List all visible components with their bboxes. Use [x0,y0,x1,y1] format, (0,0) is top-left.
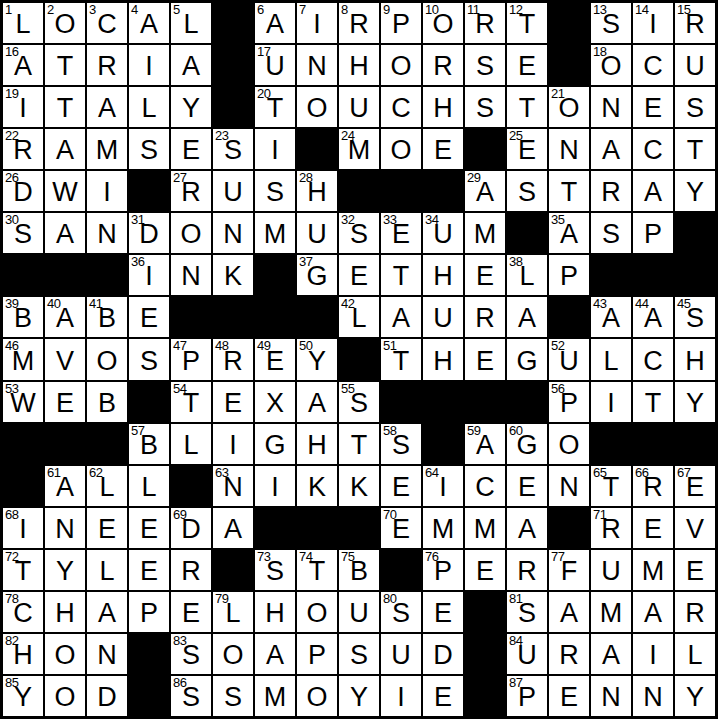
grid-cell[interactable]: V [44,338,86,380]
grid-cell[interactable]: 33E [380,212,422,254]
grid-cell[interactable]: N [44,507,86,549]
grid-cell[interactable]: 22R [2,128,44,170]
grid-cell[interactable]: M [254,212,296,254]
grid-cell[interactable]: I [212,423,254,465]
grid-cell[interactable]: X [254,381,296,423]
grid-cell[interactable]: 4A [128,2,170,44]
grid-cell[interactable]: E [170,591,212,633]
cell-letter: A [297,390,337,417]
grid-cell[interactable]: N [548,465,590,507]
grid-cell[interactable]: 45S [674,296,716,338]
cell-letter: O [171,221,211,248]
grid-cell[interactable]: T [506,86,548,128]
cell-letter: N [633,684,673,711]
grid-cell[interactable]: 48R [212,338,254,380]
black-cell [128,633,170,675]
grid-cell[interactable]: E [128,296,170,338]
grid-cell[interactable]: M [464,212,506,254]
grid-cell[interactable]: 51T [380,338,422,380]
grid-cell[interactable]: M [422,507,464,549]
grid-cell[interactable]: L [170,423,212,465]
grid-cell[interactable]: E [212,381,254,423]
cell-letter: B [87,390,127,417]
grid-cell[interactable]: U [380,633,422,675]
grid-cell[interactable]: E [128,507,170,549]
grid-cell[interactable]: S [464,44,506,86]
cell-letter: I [633,11,673,38]
cell-letter: H [297,432,337,459]
cell-letter: U [507,642,547,669]
grid-cell[interactable]: S [338,633,380,675]
cell-letter: N [213,221,253,248]
grid-cell[interactable]: Y [674,675,716,717]
grid-cell[interactable]: B [86,381,128,423]
grid-cell[interactable]: 36I [128,254,170,296]
grid-cell[interactable]: 70E [380,507,422,549]
grid-cell[interactable]: 5L [170,2,212,44]
grid-cell[interactable]: I [590,381,632,423]
grid-cell[interactable]: O [212,633,254,675]
grid-cell[interactable]: N [170,254,212,296]
grid-cell[interactable]: 44A [632,296,674,338]
grid-cell[interactable]: O [44,675,86,717]
grid-cell[interactable]: 55S [338,381,380,423]
grid-cell[interactable]: S [464,86,506,128]
grid-cell[interactable]: U [674,44,716,86]
crossword-grid: 1L2O3C4A5L6A7I8R9P10O11R12T13S14I15R16AT… [0,0,718,719]
grid-cell[interactable]: Y [44,549,86,591]
grid-cell[interactable]: H [338,44,380,86]
grid-cell[interactable]: Y [674,170,716,212]
grid-cell[interactable]: 2O [44,2,86,44]
grid-cell[interactable]: 78C [2,591,44,633]
grid-cell[interactable]: 8R [338,2,380,44]
grid-cell[interactable]: A [296,381,338,423]
grid-cell[interactable]: T [44,44,86,86]
grid-cell[interactable]: D [422,633,464,675]
grid-cell[interactable]: 87P [506,675,548,717]
grid-cell[interactable]: L [590,338,632,380]
grid-cell[interactable]: 28H [296,170,338,212]
grid-cell[interactable]: N [212,212,254,254]
grid-cell[interactable]: N [632,675,674,717]
grid-cell[interactable]: 83S [170,633,212,675]
grid-cell[interactable]: S [674,86,716,128]
cell-letter: A [591,137,631,164]
grid-cell[interactable]: S [590,212,632,254]
grid-cell[interactable]: 52U [548,338,590,380]
grid-cell[interactable]: T [632,381,674,423]
grid-cell[interactable]: 69D [170,507,212,549]
grid-cell[interactable]: R [170,549,212,591]
grid-cell[interactable]: P [548,254,590,296]
grid-cell[interactable]: E [506,465,548,507]
grid-cell[interactable]: 85Y [2,675,44,717]
grid-cell[interactable]: E [632,86,674,128]
cell-letter: L [507,263,547,290]
cell-letter: E [465,263,505,290]
grid-cell[interactable]: U [296,212,338,254]
grid-cell[interactable]: P [296,633,338,675]
grid-cell[interactable]: T [674,128,716,170]
grid-cell[interactable]: O [380,128,422,170]
grid-cell[interactable]: 54T [170,381,212,423]
cell-letter: R [87,53,127,80]
grid-cell[interactable]: 57B [128,423,170,465]
grid-cell[interactable]: 32S [338,212,380,254]
grid-cell[interactable]: 38L [506,254,548,296]
grid-cell[interactable]: C [464,465,506,507]
grid-cell[interactable]: E [464,549,506,591]
grid-cell[interactable]: M [590,591,632,633]
grid-cell[interactable]: O [380,44,422,86]
grid-cell[interactable]: 39B [2,296,44,338]
grid-cell[interactable]: I [254,465,296,507]
grid-cell[interactable]: Y [338,675,380,717]
grid-cell[interactable]: M [464,507,506,549]
cell-letter: G [507,348,547,375]
grid-cell[interactable]: A [548,591,590,633]
grid-cell[interactable]: 60G [506,423,548,465]
grid-cell[interactable]: S [212,675,254,717]
grid-cell[interactable]: E [422,591,464,633]
grid-cell[interactable]: 21O [548,86,590,128]
cell-letter: L [171,432,211,459]
cell-letter: O [87,348,127,375]
grid-cell[interactable]: A [506,296,548,338]
cell-letter: U [381,642,421,669]
black-cell [632,254,674,296]
grid-cell[interactable]: H [296,423,338,465]
grid-cell[interactable]: 81S [506,591,548,633]
grid-cell[interactable]: N [590,86,632,128]
grid-cell[interactable]: 84U [506,633,548,675]
grid-cell[interactable]: 23S [212,128,254,170]
cell-letter: T [633,390,673,417]
grid-cell[interactable]: O [296,591,338,633]
grid-cell[interactable]: M [86,128,128,170]
grid-cell[interactable]: H [422,338,464,380]
grid-cell[interactable]: H [254,591,296,633]
grid-cell[interactable]: E [44,381,86,423]
grid-cell[interactable]: 86S [170,675,212,717]
cell-letter: I [381,684,421,711]
grid-cell[interactable]: A [86,86,128,128]
grid-cell[interactable]: S [506,170,548,212]
grid-cell[interactable]: 40A [44,296,86,338]
cell-letter: W [3,390,43,417]
grid-cell[interactable]: 27R [170,170,212,212]
grid-cell[interactable]: H [674,338,716,380]
grid-cell[interactable]: 82H [2,633,44,675]
grid-cell[interactable]: 13S [590,2,632,44]
grid-cell[interactable]: 31D [128,212,170,254]
cell-letter: Y [339,684,379,711]
grid-cell[interactable]: E [548,675,590,717]
grid-cell[interactable]: L [86,549,128,591]
grid-cell[interactable]: I [632,633,674,675]
grid-cell[interactable]: 80S [380,591,422,633]
grid-cell[interactable]: 46M [2,338,44,380]
cell-letter: U [423,221,463,248]
grid-cell[interactable]: I [254,128,296,170]
black-cell [464,633,506,675]
cell-letter: V [45,348,85,375]
cell-letter: D [129,221,169,248]
cell-letter: A [465,179,505,206]
grid-cell[interactable]: O [548,423,590,465]
grid-cell[interactable]: H [44,591,86,633]
grid-cell[interactable]: C [380,86,422,128]
grid-cell[interactable]: A [590,128,632,170]
grid-cell[interactable]: U [338,591,380,633]
cell-letter: D [423,642,463,669]
grid-cell[interactable]: L [128,465,170,507]
grid-cell[interactable]: A [590,633,632,675]
grid-cell[interactable]: A [254,633,296,675]
grid-cell[interactable]: 1L [2,2,44,44]
black-cell [296,296,338,338]
grid-cell[interactable]: 72T [2,549,44,591]
grid-cell[interactable]: D [86,675,128,717]
grid-cell[interactable]: R [422,44,464,86]
grid-cell[interactable]: 41B [86,296,128,338]
grid-cell[interactable]: 42L [338,296,380,338]
grid-cell[interactable]: 62L [86,465,128,507]
cell-letter: E [45,390,85,417]
cell-letter: T [45,95,85,122]
grid-cell[interactable]: 47P [170,338,212,380]
cell-letter: E [129,558,169,585]
grid-cell[interactable]: A [632,591,674,633]
grid-cell[interactable]: I [86,170,128,212]
grid-cell[interactable]: A [86,591,128,633]
grid-cell[interactable]: E [674,549,716,591]
grid-cell[interactable]: I [128,44,170,86]
cell-letter: O [297,95,337,122]
grid-cell[interactable]: G [254,423,296,465]
grid-cell[interactable]: E [464,254,506,296]
cell-letter: R [675,11,715,38]
grid-cell[interactable]: A [44,212,86,254]
cell-letter: S [465,95,505,122]
black-cell [212,549,254,591]
grid-cell[interactable]: Y [170,86,212,128]
grid-cell[interactable]: E [170,128,212,170]
grid-cell[interactable]: E [422,675,464,717]
grid-cell[interactable]: R [548,633,590,675]
grid-cell[interactable]: T [380,254,422,296]
grid-cell[interactable]: E [506,44,548,86]
cell-letter: H [675,348,715,375]
grid-cell[interactable]: E [422,128,464,170]
grid-cell[interactable]: E [128,549,170,591]
grid-cell[interactable]: 66R [632,465,674,507]
grid-cell[interactable]: 71R [590,507,632,549]
grid-cell[interactable]: 15R [674,2,716,44]
grid-cell[interactable]: 24M [338,128,380,170]
grid-cell[interactable]: H [422,254,464,296]
grid-cell[interactable]: V [674,507,716,549]
grid-cell[interactable]: O [86,338,128,380]
grid-cell[interactable]: L [128,86,170,128]
grid-cell[interactable]: 30S [2,212,44,254]
grid-cell[interactable]: A [506,507,548,549]
grid-cell[interactable]: 50Y [296,338,338,380]
cell-letter: Y [45,558,85,585]
grid-cell[interactable]: T [548,170,590,212]
grid-cell[interactable]: 79L [212,591,254,633]
cell-letter: K [297,474,337,501]
grid-cell[interactable]: 67E [674,465,716,507]
grid-cell[interactable]: Y [674,381,716,423]
grid-cell[interactable]: M [632,549,674,591]
grid-cell[interactable]: U [338,86,380,128]
grid-cell[interactable]: S [254,170,296,212]
black-cell [590,254,632,296]
grid-cell[interactable]: 34U [422,212,464,254]
grid-cell[interactable]: 53W [2,381,44,423]
grid-cell[interactable]: 7I [296,2,338,44]
grid-cell[interactable]: O [296,86,338,128]
black-cell [422,381,464,423]
grid-cell[interactable]: H [422,86,464,128]
cell-letter: E [129,305,169,332]
grid-cell[interactable]: 20T [254,86,296,128]
cell-letter: E [465,348,505,375]
grid-cell[interactable]: N [590,675,632,717]
grid-cell[interactable]: 10O [422,2,464,44]
grid-cell[interactable]: U [212,170,254,212]
grid-cell[interactable]: N [86,212,128,254]
grid-cell[interactable]: R [86,44,128,86]
grid-cell[interactable]: 35A [548,212,590,254]
grid-cell[interactable]: L [674,633,716,675]
grid-cell[interactable]: A [44,128,86,170]
cell-letter: A [507,305,547,332]
grid-cell[interactable]: 18O [590,44,632,86]
cell-letter: T [507,95,547,122]
cell-letter: O [549,432,589,459]
grid-cell[interactable]: A [380,296,422,338]
grid-cell[interactable]: N [86,633,128,675]
grid-cell[interactable]: 25E [506,128,548,170]
grid-cell[interactable]: U [590,549,632,591]
grid-cell[interactable]: E [86,507,128,549]
grid-cell[interactable]: C [632,128,674,170]
grid-cell[interactable]: 9P [380,2,422,44]
grid-cell[interactable]: E [464,338,506,380]
grid-cell[interactable]: K [296,465,338,507]
grid-cell[interactable]: P [632,212,674,254]
cell-letter: L [87,558,127,585]
grid-cell[interactable]: P [128,591,170,633]
cell-letter: T [339,432,379,459]
black-cell [170,296,212,338]
grid-cell[interactable]: 14I [632,2,674,44]
grid-cell[interactable]: 3C [86,2,128,44]
black-cell [212,44,254,86]
grid-cell[interactable]: 17U [254,44,296,86]
grid-cell[interactable]: 12T [506,2,548,44]
grid-cell[interactable]: O [296,675,338,717]
grid-cell[interactable]: O [44,633,86,675]
grid-cell[interactable]: 63N [212,465,254,507]
grid-cell[interactable]: 73S [254,549,296,591]
grid-cell[interactable]: M [254,675,296,717]
grid-cell[interactable]: 26D [2,170,44,212]
grid-cell[interactable]: R [464,296,506,338]
grid-cell[interactable]: 29A [464,170,506,212]
black-cell [422,423,464,465]
grid-cell[interactable]: K [212,254,254,296]
grid-cell[interactable]: I [380,675,422,717]
grid-cell[interactable]: A [212,507,254,549]
grid-cell[interactable]: 65T [590,465,632,507]
grid-cell[interactable]: 74T [296,549,338,591]
grid-cell[interactable]: C [632,44,674,86]
grid-cell[interactable]: S [128,338,170,380]
grid-cell[interactable]: 75B [338,549,380,591]
grid-cell[interactable]: N [296,44,338,86]
grid-cell[interactable]: 77F [548,549,590,591]
grid-cell[interactable]: E [632,507,674,549]
grid-cell[interactable]: 6A [254,2,296,44]
grid-cell[interactable]: T [44,86,86,128]
cell-letter: D [87,684,127,711]
grid-cell[interactable]: 37G [296,254,338,296]
cell-letter: S [129,348,169,375]
grid-cell[interactable]: R [506,549,548,591]
grid-cell[interactable]: R [590,170,632,212]
grid-cell[interactable]: U [422,296,464,338]
grid-cell[interactable]: T [338,423,380,465]
grid-cell[interactable]: A [632,170,674,212]
grid-cell[interactable]: R [674,591,716,633]
cell-letter: A [591,305,631,332]
grid-cell[interactable]: 68I [2,507,44,549]
grid-cell[interactable]: N [548,128,590,170]
grid-cell[interactable]: A [170,44,212,86]
cell-letter: O [381,53,421,80]
cell-letter: S [213,137,253,164]
grid-cell[interactable]: 61A [44,465,86,507]
grid-cell[interactable]: E [380,465,422,507]
grid-cell[interactable]: 58S [380,423,422,465]
grid-cell[interactable]: 59A [464,423,506,465]
cell-letter: M [255,684,295,711]
grid-cell[interactable]: G [506,338,548,380]
cell-letter: P [549,390,589,417]
grid-cell[interactable]: 49E [254,338,296,380]
grid-cell[interactable]: 56P [548,381,590,423]
grid-cell[interactable]: O [170,212,212,254]
cell-letter: S [381,432,421,459]
grid-cell[interactable]: K [338,465,380,507]
grid-cell[interactable]: 16A [2,44,44,86]
grid-cell[interactable]: 43A [590,296,632,338]
black-cell [548,44,590,86]
grid-cell[interactable]: 19I [2,86,44,128]
grid-cell[interactable]: E [338,254,380,296]
grid-cell[interactable]: 76P [422,549,464,591]
grid-cell[interactable]: 64I [422,465,464,507]
grid-cell[interactable]: W [44,170,86,212]
grid-cell[interactable]: C [632,338,674,380]
grid-cell[interactable]: S [128,128,170,170]
grid-cell[interactable]: 11R [464,2,506,44]
cell-letter: E [507,137,547,164]
